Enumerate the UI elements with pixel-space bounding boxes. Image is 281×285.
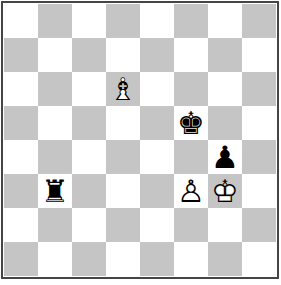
square-d1[interactable] (106, 242, 140, 276)
square-d2[interactable] (106, 208, 140, 242)
square-a2[interactable] (4, 208, 38, 242)
square-f2[interactable] (174, 208, 208, 242)
square-e3[interactable] (140, 174, 174, 208)
board-frame: ♝♗♚♟♜♟♙♚♔ (1, 1, 279, 279)
square-h7[interactable] (242, 38, 276, 72)
square-g8[interactable] (208, 4, 242, 38)
black-pawn-piece[interactable]: ♟ (208, 140, 242, 174)
square-h8[interactable] (242, 4, 276, 38)
square-h2[interactable] (242, 208, 276, 242)
square-c2[interactable] (72, 208, 106, 242)
square-d5[interactable] (106, 106, 140, 140)
square-h1[interactable] (242, 242, 276, 276)
square-h4[interactable] (242, 140, 276, 174)
square-g7[interactable] (208, 38, 242, 72)
square-b4[interactable] (38, 140, 72, 174)
white-pawn-piece[interactable]: ♟♙ (174, 174, 208, 208)
square-f4[interactable] (174, 140, 208, 174)
square-a8[interactable] (4, 4, 38, 38)
square-a4[interactable] (4, 140, 38, 174)
white-king-piece[interactable]: ♚♔ (208, 174, 242, 208)
square-d6[interactable]: ♝♗ (106, 72, 140, 106)
square-b3[interactable]: ♜ (38, 174, 72, 208)
pawn-glyph: ♟ (208, 140, 242, 174)
square-c1[interactable] (72, 242, 106, 276)
bishop-glyph: ♗ (106, 72, 140, 106)
square-d4[interactable] (106, 140, 140, 174)
square-a1[interactable] (4, 242, 38, 276)
square-f8[interactable] (174, 4, 208, 38)
square-b5[interactable] (38, 106, 72, 140)
square-a7[interactable] (4, 38, 38, 72)
square-d7[interactable] (106, 38, 140, 72)
square-g5[interactable] (208, 106, 242, 140)
square-f7[interactable] (174, 38, 208, 72)
square-c6[interactable] (72, 72, 106, 106)
square-f1[interactable] (174, 242, 208, 276)
square-c5[interactable] (72, 106, 106, 140)
square-f5[interactable]: ♚ (174, 106, 208, 140)
square-e2[interactable] (140, 208, 174, 242)
king-glyph: ♚ (174, 106, 208, 140)
square-c3[interactable] (72, 174, 106, 208)
square-e6[interactable] (140, 72, 174, 106)
king-glyph: ♔ (208, 174, 242, 208)
square-g6[interactable] (208, 72, 242, 106)
square-c7[interactable] (72, 38, 106, 72)
square-b2[interactable] (38, 208, 72, 242)
square-c4[interactable] (72, 140, 106, 174)
chess-diagram-page: ♝♗♚♟♜♟♙♚♔ (0, 0, 281, 285)
square-b1[interactable] (38, 242, 72, 276)
chess-board: ♝♗♚♟♜♟♙♚♔ (4, 4, 276, 276)
square-b6[interactable] (38, 72, 72, 106)
square-g4[interactable]: ♟ (208, 140, 242, 174)
rook-glyph: ♜ (38, 174, 72, 208)
square-e5[interactable] (140, 106, 174, 140)
square-g2[interactable] (208, 208, 242, 242)
square-d8[interactable] (106, 4, 140, 38)
square-c8[interactable] (72, 4, 106, 38)
square-h3[interactable] (242, 174, 276, 208)
square-d3[interactable] (106, 174, 140, 208)
square-g3[interactable]: ♚♔ (208, 174, 242, 208)
black-rook-piece[interactable]: ♜ (38, 174, 72, 208)
black-king-piece[interactable]: ♚ (174, 106, 208, 140)
square-f3[interactable]: ♟♙ (174, 174, 208, 208)
square-g1[interactable] (208, 242, 242, 276)
square-h5[interactable] (242, 106, 276, 140)
square-e7[interactable] (140, 38, 174, 72)
square-e8[interactable] (140, 4, 174, 38)
pawn-glyph: ♙ (174, 174, 208, 208)
square-a3[interactable] (4, 174, 38, 208)
square-a6[interactable] (4, 72, 38, 106)
square-e1[interactable] (140, 242, 174, 276)
square-e4[interactable] (140, 140, 174, 174)
square-f6[interactable] (174, 72, 208, 106)
white-bishop-piece[interactable]: ♝♗ (106, 72, 140, 106)
square-a5[interactable] (4, 106, 38, 140)
square-b7[interactable] (38, 38, 72, 72)
square-b8[interactable] (38, 4, 72, 38)
square-h6[interactable] (242, 72, 276, 106)
